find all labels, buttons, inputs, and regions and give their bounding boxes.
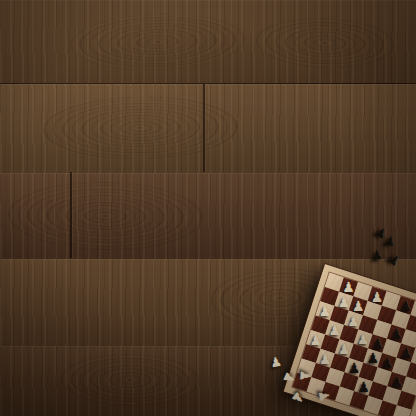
scene: ♟♟♟♟♟♟♟♟♟♟♟♟♟♟♟♟♟♟♟♟ ♟♟♟♟♟♟♟♟♟ [0,0,416,416]
fallen-white-pawn-standing: ♟ [269,355,283,370]
fallen-black-pawn-lying: ♟ [383,233,397,248]
plank-end-joint [70,172,72,258]
fallen-white-pawn-lying: ♟ [316,389,331,403]
plank-end-joint [203,83,205,172]
fallen-black-pawn-standing: ♟ [371,248,384,262]
fallen-white-pawn-lying: ♟ [298,370,312,383]
